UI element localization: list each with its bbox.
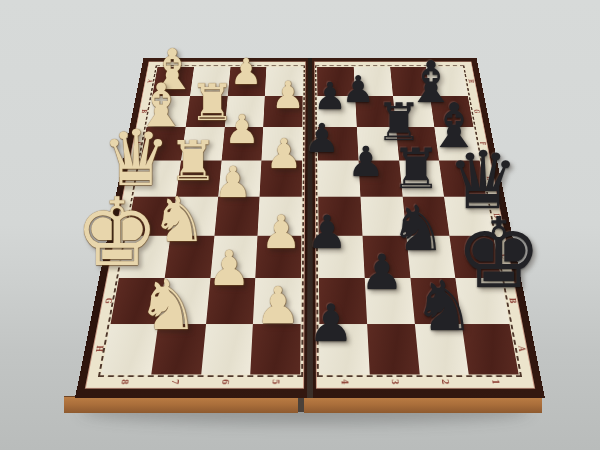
square-e8: [127, 197, 176, 236]
square-d4: [318, 161, 360, 197]
square-a7: [190, 67, 230, 96]
file-label-d: D: [490, 212, 503, 221]
square-d5: [260, 161, 302, 197]
square-c4: [318, 127, 359, 161]
file-label-a: A: [514, 343, 529, 354]
wood-box-side-right: [304, 396, 542, 413]
square-e7: [170, 197, 217, 236]
square-d2: [399, 161, 444, 197]
square-f6: [210, 236, 258, 278]
file-label-f: F: [477, 140, 489, 147]
square-a8: [152, 67, 194, 96]
square-b3: [355, 96, 396, 127]
square-e3: [360, 197, 406, 236]
square-b5: [263, 96, 302, 127]
board-right-half: 4321HGFEDCBA: [312, 58, 545, 398]
square-d1: [439, 161, 486, 197]
rank-label-3: 3: [388, 376, 403, 388]
square-c8: [140, 127, 185, 161]
square-e4: [318, 197, 362, 236]
square-c1: [435, 127, 480, 161]
rank-label-1: 1: [487, 376, 503, 388]
square-b6: [224, 96, 265, 127]
square-f4: [319, 236, 365, 278]
square-g5: [253, 278, 301, 324]
file-label-h: H: [465, 78, 476, 84]
square-b8: [147, 96, 190, 127]
rank-label-4: 4: [338, 376, 352, 388]
square-g6: [206, 278, 256, 324]
rank-label-5: 5: [268, 376, 282, 388]
file-label-d: D: [125, 174, 138, 182]
square-h1: [462, 324, 519, 374]
square-h2: [414, 324, 469, 374]
rank-label-7: 7: [167, 376, 182, 388]
file-label-b: B: [505, 296, 520, 306]
file-label-c: C: [497, 252, 511, 261]
square-f2: [406, 236, 456, 278]
chess-board: 8765ABCDEFGH 4321HGFEDCBA: [75, 58, 545, 398]
rank-label-8: 8: [117, 376, 133, 388]
file-label-g: G: [101, 296, 116, 306]
square-f8: [119, 236, 170, 278]
square-e6: [214, 197, 260, 236]
square-a2: [390, 67, 430, 96]
square-h3: [367, 324, 419, 374]
file-label-h: H: [92, 343, 107, 354]
wood-box-side-left: [64, 396, 298, 413]
square-c2: [396, 127, 440, 161]
rank-label-6: 6: [218, 376, 233, 388]
board-frame-right: 4321HGFEDCBA: [312, 58, 545, 398]
photo-stage: 8765ABCDEFGH 4321HGFEDCBA ♝♝♜♛♜♞♚♞♟♟♟♟♟♟…: [0, 0, 600, 450]
squares-grid-left: [101, 67, 303, 375]
file-label-g: G: [471, 108, 483, 115]
square-h7: [151, 324, 206, 374]
file-label-b: B: [138, 108, 150, 115]
square-h6: [201, 324, 253, 374]
square-d3: [358, 161, 402, 197]
square-d6: [218, 161, 262, 197]
square-b2: [393, 96, 435, 127]
square-b7: [185, 96, 227, 127]
file-label-f: F: [110, 252, 124, 261]
square-a4: [317, 67, 355, 96]
square-f7: [164, 236, 214, 278]
square-c7: [181, 127, 225, 161]
square-f5: [256, 236, 302, 278]
file-label-e: E: [483, 174, 496, 182]
square-g1: [456, 278, 510, 324]
square-f3: [362, 236, 410, 278]
square-h4: [319, 324, 369, 374]
square-g8: [111, 278, 165, 324]
square-a1: [426, 67, 468, 96]
square-b1: [430, 96, 473, 127]
square-g7: [158, 278, 210, 324]
square-e2: [402, 197, 449, 236]
square-e5: [258, 197, 302, 236]
square-b4: [317, 96, 356, 127]
square-g2: [410, 278, 462, 324]
square-d7: [176, 161, 221, 197]
square-c3: [357, 127, 399, 161]
square-c6: [221, 127, 263, 161]
file-label-e: E: [118, 212, 131, 221]
squares-grid-right: [317, 67, 519, 375]
square-c5: [262, 127, 303, 161]
coordinate-band-left: 8765ABCDEFGH: [85, 62, 306, 389]
file-label-c: C: [132, 140, 144, 147]
square-a6: [227, 67, 266, 96]
square-h5: [250, 324, 300, 374]
square-f1: [450, 236, 501, 278]
square-h8: [101, 324, 158, 374]
board-left-half: 8765ABCDEFGH: [75, 58, 308, 398]
square-a3: [353, 67, 392, 96]
wood-box-side-gap: [298, 396, 304, 412]
file-label-a: A: [144, 78, 155, 84]
square-g3: [364, 278, 414, 324]
board-frame-left: 8765ABCDEFGH: [75, 58, 308, 398]
rank-label-2: 2: [437, 376, 452, 388]
square-g4: [319, 278, 367, 324]
square-e1: [444, 197, 493, 236]
coordinate-band-right: 4321HGFEDCBA: [314, 62, 535, 389]
square-a5: [265, 67, 303, 96]
square-d8: [134, 161, 181, 197]
